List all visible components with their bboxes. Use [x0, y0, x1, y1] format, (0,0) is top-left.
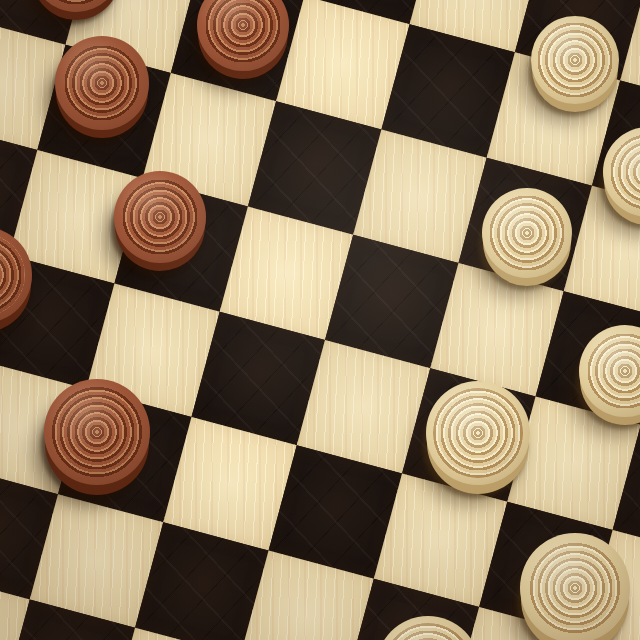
piece-ring-grooves [537, 22, 613, 98]
checker-piece-light[interactable] [531, 16, 619, 104]
piece-ring-grooves [383, 623, 472, 640]
piece-ring-grooves [433, 388, 522, 477]
checker-piece-light[interactable] [603, 127, 640, 217]
checker-piece-light[interactable] [520, 533, 630, 640]
piece-ring-grooves [0, 234, 25, 317]
checker-piece-dark[interactable] [55, 36, 149, 130]
checker-piece-light[interactable] [376, 616, 480, 640]
checker-piece-dark[interactable] [44, 379, 150, 485]
checker-piece-light[interactable] [482, 188, 572, 278]
piece-ring-grooves [62, 43, 143, 124]
piece-ring-grooves [528, 541, 623, 636]
piece-ring-grooves [488, 194, 565, 271]
piece-ring-grooves [609, 133, 640, 210]
piece-ring-grooves [585, 331, 640, 410]
checker-piece-light[interactable] [579, 325, 640, 417]
checker-piece-light[interactable] [426, 381, 530, 485]
checker-piece-dark[interactable] [31, 0, 121, 12]
checker-piece-dark[interactable] [114, 171, 206, 263]
pieces-layer [0, 0, 640, 640]
piece-ring-grooves [37, 0, 114, 6]
piece-ring-grooves [120, 177, 199, 256]
piece-ring-grooves [51, 386, 142, 477]
checker-piece-dark[interactable] [197, 0, 289, 71]
checkers-photo-scene [0, 0, 640, 640]
piece-ring-grooves [203, 0, 282, 65]
checker-piece-dark[interactable] [0, 227, 32, 323]
